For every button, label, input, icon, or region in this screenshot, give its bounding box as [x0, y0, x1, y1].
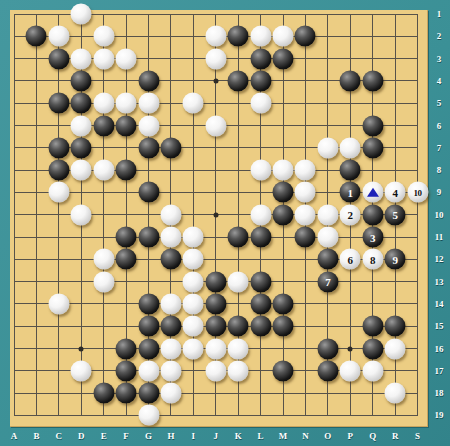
black-stone-G16[interactable] — [138, 338, 159, 359]
coord-label-col-E: E — [101, 431, 107, 441]
white-stone-I16[interactable] — [183, 338, 204, 359]
black-stone-G9[interactable] — [138, 182, 159, 203]
black-stone-Q10[interactable] — [362, 204, 383, 225]
white-stone-I14[interactable] — [183, 293, 204, 314]
coord-label-row-18: 18 — [435, 388, 444, 398]
black-stone-N11[interactable] — [295, 227, 316, 248]
coord-label-col-H: H — [167, 431, 174, 441]
move-number-2: 2 — [348, 210, 354, 221]
coord-label-col-G: G — [145, 431, 152, 441]
white-stone-D1[interactable] — [71, 4, 92, 25]
black-stone-J15[interactable] — [205, 316, 226, 337]
white-stone-I15[interactable] — [183, 316, 204, 337]
white-stone-E8[interactable] — [93, 160, 114, 181]
white-stone-D3[interactable] — [71, 48, 92, 69]
black-stone-O17[interactable] — [317, 360, 338, 381]
white-stone-O7[interactable] — [317, 137, 338, 158]
move-number-9: 9 — [392, 254, 398, 265]
white-stone-L10[interactable] — [250, 204, 271, 225]
move-number-5: 5 — [392, 210, 398, 221]
black-stone-D7[interactable] — [71, 137, 92, 158]
black-stone-K11[interactable] — [228, 227, 249, 248]
black-stone-L13[interactable] — [250, 271, 271, 292]
black-stone-L15[interactable] — [250, 316, 271, 337]
black-stone-G18[interactable] — [138, 383, 159, 404]
black-stone-H7[interactable] — [160, 137, 181, 158]
white-stone-K17[interactable] — [228, 360, 249, 381]
move-number-4: 4 — [392, 187, 398, 198]
white-stone-F5[interactable] — [116, 93, 137, 114]
black-stone-L11[interactable] — [250, 227, 271, 248]
white-stone-Q17[interactable] — [362, 360, 383, 381]
white-stone-K16[interactable] — [228, 338, 249, 359]
move-number-6: 6 — [348, 254, 354, 265]
coord-label-row-7: 7 — [437, 143, 442, 153]
black-stone-C5[interactable] — [48, 93, 69, 114]
black-stone-K15[interactable] — [228, 316, 249, 337]
black-stone-H15[interactable] — [160, 316, 181, 337]
white-stone-J17[interactable] — [205, 360, 226, 381]
white-stone-H14[interactable] — [160, 293, 181, 314]
white-stone-N8[interactable] — [295, 160, 316, 181]
black-stone-Q4[interactable] — [362, 70, 383, 91]
white-stone-L2[interactable] — [250, 26, 271, 47]
coord-label-col-D: D — [78, 431, 85, 441]
coord-label-row-4: 4 — [437, 76, 442, 86]
white-stone-D8[interactable] — [71, 160, 92, 181]
grid-hline — [14, 237, 419, 238]
black-stone-N2[interactable] — [295, 26, 316, 47]
white-stone-N10[interactable] — [295, 204, 316, 225]
black-stone-P8[interactable] — [340, 160, 361, 181]
coord-label-col-Q: Q — [369, 431, 376, 441]
white-stone-M8[interactable] — [273, 160, 294, 181]
white-stone-I12[interactable] — [183, 249, 204, 270]
star-point — [348, 346, 353, 351]
coord-label-row-2: 2 — [437, 31, 442, 41]
triangle-marker-icon — [367, 188, 379, 197]
white-stone-E3[interactable] — [93, 48, 114, 69]
white-stone-C2[interactable] — [48, 26, 69, 47]
coord-label-row-10: 10 — [435, 210, 444, 220]
black-stone-G4[interactable] — [138, 70, 159, 91]
white-stone-E2[interactable] — [93, 26, 114, 47]
white-stone-K13[interactable] — [228, 271, 249, 292]
black-stone-M14[interactable] — [273, 293, 294, 314]
white-stone-H17[interactable] — [160, 360, 181, 381]
coord-label-row-14: 14 — [435, 299, 444, 309]
black-stone-O12[interactable] — [317, 249, 338, 270]
black-stone-G11[interactable] — [138, 227, 159, 248]
black-stone-P4[interactable] — [340, 70, 361, 91]
coord-label-row-12: 12 — [435, 254, 444, 264]
white-stone-R18[interactable] — [385, 383, 406, 404]
black-stone-G14[interactable] — [138, 293, 159, 314]
coord-label-row-9: 9 — [437, 187, 442, 197]
go-app-window: 12345678910ABCDEFGHIJKLMNOPQRS1234567891… — [0, 0, 450, 446]
coord-label-col-J: J — [214, 431, 219, 441]
white-stone-I11[interactable] — [183, 227, 204, 248]
black-stone-R15[interactable] — [385, 316, 406, 337]
white-stone-D10[interactable] — [71, 204, 92, 225]
white-stone-L5[interactable] — [250, 93, 271, 114]
black-stone-M15[interactable] — [273, 316, 294, 337]
white-stone-E5[interactable] — [93, 93, 114, 114]
white-stone-E12[interactable] — [93, 249, 114, 270]
white-stone-P17[interactable] — [340, 360, 361, 381]
grid-vline — [417, 14, 418, 416]
black-stone-M17[interactable] — [273, 360, 294, 381]
star-point — [79, 346, 84, 351]
coord-label-row-3: 3 — [437, 54, 442, 64]
white-stone-J3[interactable] — [205, 48, 226, 69]
coord-label-col-S: S — [415, 431, 420, 441]
white-stone-J2[interactable] — [205, 26, 226, 47]
black-stone-J14[interactable] — [205, 293, 226, 314]
black-stone-L14[interactable] — [250, 293, 271, 314]
black-stone-Q7[interactable] — [362, 137, 383, 158]
black-stone-K2[interactable] — [228, 26, 249, 47]
white-stone-G6[interactable] — [138, 115, 159, 136]
black-stone-Q6[interactable] — [362, 115, 383, 136]
black-stone-Q15[interactable] — [362, 316, 383, 337]
coord-label-col-M: M — [279, 431, 288, 441]
white-stone-C14[interactable] — [48, 293, 69, 314]
white-stone-H18[interactable] — [160, 383, 181, 404]
black-stone-F11[interactable] — [116, 227, 137, 248]
black-stone-F12[interactable] — [116, 249, 137, 270]
white-stone-G5[interactable] — [138, 93, 159, 114]
black-stone-O16[interactable] — [317, 338, 338, 359]
coord-label-row-16: 16 — [435, 344, 444, 354]
coord-label-col-C: C — [56, 431, 63, 441]
black-stone-E6[interactable] — [93, 115, 114, 136]
coord-label-col-F: F — [123, 431, 129, 441]
black-stone-C7[interactable] — [48, 137, 69, 158]
black-stone-B2[interactable] — [26, 26, 47, 47]
black-stone-F6[interactable] — [116, 115, 137, 136]
coord-label-col-B: B — [33, 431, 39, 441]
black-stone-F16[interactable] — [116, 338, 137, 359]
black-stone-M10[interactable] — [273, 204, 294, 225]
coord-label-row-8: 8 — [437, 165, 442, 175]
black-stone-H12[interactable] — [160, 249, 181, 270]
white-stone-L8[interactable] — [250, 160, 271, 181]
coord-label-row-1: 1 — [437, 9, 442, 19]
white-stone-O10[interactable] — [317, 204, 338, 225]
coord-label-row-13: 13 — [435, 277, 444, 287]
move-number-10: 10 — [414, 187, 422, 198]
white-stone-N9[interactable] — [295, 182, 316, 203]
grid-hline — [14, 415, 419, 416]
white-stone-E13[interactable] — [93, 271, 114, 292]
coord-label-row-15: 15 — [435, 321, 444, 331]
black-stone-C8[interactable] — [48, 160, 69, 181]
white-stone-C9[interactable] — [48, 182, 69, 203]
black-stone-M3[interactable] — [273, 48, 294, 69]
black-stone-C3[interactable] — [48, 48, 69, 69]
coord-label-col-L: L — [258, 431, 264, 441]
white-stone-F3[interactable] — [116, 48, 137, 69]
black-stone-L4[interactable] — [250, 70, 271, 91]
black-stone-Q16[interactable] — [362, 338, 383, 359]
move-number-7: 7 — [325, 277, 331, 288]
white-stone-J6[interactable] — [205, 115, 226, 136]
white-stone-G17[interactable] — [138, 360, 159, 381]
white-stone-J16[interactable] — [205, 338, 226, 359]
black-stone-F8[interactable] — [116, 160, 137, 181]
move-number-8: 8 — [370, 254, 376, 265]
black-stone-D5[interactable] — [71, 93, 92, 114]
black-stone-F17[interactable] — [116, 360, 137, 381]
coord-label-col-I: I — [192, 431, 196, 441]
coord-label-col-A: A — [11, 431, 18, 441]
coord-label-row-6: 6 — [437, 121, 442, 131]
grid-hline — [14, 393, 419, 394]
coord-label-row-19: 19 — [435, 410, 444, 420]
white-stone-P7[interactable] — [340, 137, 361, 158]
coord-label-col-R: R — [392, 431, 399, 441]
coord-label-col-O: O — [324, 431, 331, 441]
move-number-3: 3 — [370, 232, 376, 243]
black-stone-J13[interactable] — [205, 271, 226, 292]
black-stone-D4[interactable] — [71, 70, 92, 91]
star-point — [213, 212, 218, 217]
coord-label-col-K: K — [235, 431, 242, 441]
coord-label-col-P: P — [348, 431, 354, 441]
white-stone-O11[interactable] — [317, 227, 338, 248]
white-stone-G19[interactable] — [138, 405, 159, 426]
black-stone-M9[interactable] — [273, 182, 294, 203]
star-point — [213, 78, 218, 83]
white-stone-D17[interactable] — [71, 360, 92, 381]
black-stone-G7[interactable] — [138, 137, 159, 158]
white-stone-R16[interactable] — [385, 338, 406, 359]
white-stone-H10[interactable] — [160, 204, 181, 225]
move-number-1: 1 — [348, 187, 354, 198]
white-stone-H16[interactable] — [160, 338, 181, 359]
white-stone-D6[interactable] — [71, 115, 92, 136]
white-stone-H11[interactable] — [160, 227, 181, 248]
coord-label-col-N: N — [302, 431, 309, 441]
black-stone-G15[interactable] — [138, 316, 159, 337]
black-stone-E18[interactable] — [93, 383, 114, 404]
coord-label-row-5: 5 — [437, 98, 442, 108]
coord-label-row-11: 11 — [435, 232, 444, 242]
black-stone-L3[interactable] — [250, 48, 271, 69]
black-stone-F18[interactable] — [116, 383, 137, 404]
coord-label-row-17: 17 — [435, 366, 444, 376]
white-stone-I5[interactable] — [183, 93, 204, 114]
white-stone-M2[interactable] — [273, 26, 294, 47]
white-stone-I13[interactable] — [183, 271, 204, 292]
black-stone-K4[interactable] — [228, 70, 249, 91]
